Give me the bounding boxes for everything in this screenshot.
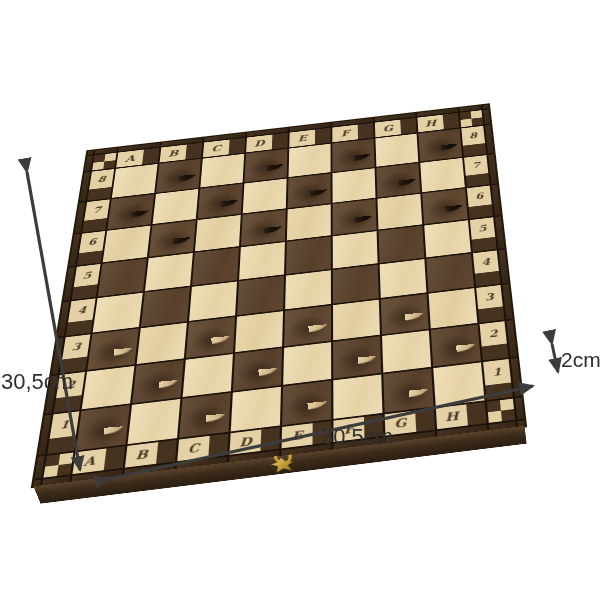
rank-label-6-left: 6	[77, 231, 105, 265]
square-g7	[376, 163, 420, 197]
square-f5	[333, 231, 378, 268]
height-dimension-label: 30,5cm	[1, 369, 73, 395]
piece-dark-d6	[241, 210, 286, 246]
square-g1	[383, 368, 433, 412]
square-f8	[332, 139, 374, 172]
square-a5	[98, 258, 147, 296]
piece-dark-c7	[198, 184, 243, 219]
piece-dark-f8	[332, 139, 374, 172]
rank-label-text: 5	[478, 223, 487, 234]
frame-corner-mosaic	[43, 453, 73, 478]
piece-light-c3	[186, 317, 235, 358]
frame-corner-mosaic	[92, 153, 116, 171]
checkers-board: ABCDEFGH8877665544332211ABCDEFGH	[33, 105, 524, 487]
file-label-text: C	[187, 441, 199, 456]
file-label-text: C	[211, 143, 221, 153]
rank-label-text: 4	[77, 305, 87, 317]
rank-label-1-left: 1	[47, 411, 79, 454]
piece-light-b2	[132, 360, 183, 403]
file-label-text: A	[83, 454, 96, 469]
square-a3	[87, 329, 138, 371]
square-e7	[288, 173, 331, 208]
square-f4	[333, 265, 379, 304]
square-f2	[333, 336, 381, 378]
square-b5	[145, 253, 193, 291]
piece-dark-b8	[156, 159, 201, 193]
file-label-text: H	[445, 409, 459, 424]
board-rim	[507, 320, 517, 357]
square-e6	[287, 204, 331, 240]
square-b1	[128, 399, 181, 444]
piece-dark-a7	[107, 194, 154, 229]
file-label-b-bottom: B	[125, 440, 177, 468]
rank-label-text: 1	[492, 366, 502, 379]
piece-dark-f6	[333, 199, 377, 235]
piece-light-g1	[383, 368, 433, 412]
board-rim	[87, 151, 93, 155]
square-a7	[107, 194, 154, 229]
piece-light-d2	[233, 348, 282, 391]
rank-label-text: 8	[97, 174, 106, 184]
square-h5	[424, 220, 471, 257]
piece-dark-d8	[244, 149, 287, 182]
rank-label-text: 4	[481, 256, 490, 267]
piece-light-c1	[179, 393, 231, 438]
piece-dark-h8	[418, 129, 462, 162]
square-c3	[186, 317, 235, 358]
square-h8	[418, 129, 462, 162]
square-g5	[379, 226, 425, 263]
square-b2	[132, 360, 183, 403]
square-e3	[284, 305, 331, 346]
piece-dark-b6	[149, 220, 196, 257]
piece-dark-e7	[288, 173, 331, 208]
piece-light-e3	[284, 305, 331, 346]
rank-label-8-right: 8	[461, 126, 486, 157]
piece-light-f2	[333, 336, 381, 378]
rank-label-5-right: 5	[470, 217, 497, 252]
piece-light-h2	[431, 324, 481, 366]
board-scene: ABCDEFGH8877665544332211ABCDEFGH	[46, 36, 525, 515]
file-label-text: D	[239, 435, 252, 450]
thickness-dimension-arrow	[552, 344, 558, 372]
rank-label-text: 6	[87, 237, 97, 248]
square-b6	[149, 220, 196, 257]
square-c7	[198, 184, 243, 219]
square-f1	[333, 375, 382, 419]
square-a1	[76, 405, 130, 450]
width-dimension-label: 30,5cm	[317, 424, 397, 450]
piece-light-a3	[87, 329, 138, 371]
rank-label-3-left: 3	[60, 334, 90, 373]
square-c5	[192, 248, 239, 286]
file-label-text: E	[292, 428, 303, 443]
rank-label-text: 2	[488, 328, 498, 340]
rank-label-text: 5	[82, 270, 92, 281]
piece-light-g3	[381, 294, 429, 334]
rank-label-6-right: 6	[467, 186, 493, 219]
square-d2	[233, 348, 282, 391]
file-label-text: E	[298, 133, 307, 143]
piece-dark-h6	[422, 188, 468, 224]
frame-corner-mosaic	[460, 110, 483, 127]
brass-clasp	[262, 448, 301, 475]
rank-label-5-left: 5	[72, 264, 101, 300]
square-c6	[195, 215, 241, 251]
rank-label-text: 3	[71, 341, 81, 353]
square-h6	[422, 188, 468, 224]
square-d4	[237, 276, 284, 315]
square-d5	[239, 242, 285, 280]
rank-label-text: 6	[475, 191, 484, 201]
thickness-dimension-label: 2cm	[561, 348, 600, 372]
board-rim	[511, 358, 522, 397]
square-f6	[333, 199, 377, 235]
rank-label-7-left: 7	[82, 199, 109, 232]
rank-label-text: 7	[472, 160, 481, 170]
square-b8	[156, 159, 201, 193]
rank-label-1-right: 1	[483, 359, 513, 400]
square-d6	[241, 210, 286, 246]
file-label-text: G	[383, 123, 393, 133]
square-b4	[141, 287, 190, 327]
square-e5	[286, 237, 331, 275]
file-label-text: A	[125, 153, 136, 163]
frame-corner-mosaic	[487, 399, 515, 423]
rank-label-3-right: 3	[476, 285, 504, 323]
piece-light-e1	[282, 381, 331, 426]
square-h4	[426, 253, 474, 292]
rank-label-text: 3	[485, 291, 495, 303]
file-label-text: B	[135, 447, 149, 462]
piece-light-a1	[76, 405, 130, 450]
square-h2	[431, 324, 481, 366]
square-d1	[231, 387, 281, 432]
rank-label-7-right: 7	[464, 155, 489, 187]
square-a6	[103, 226, 151, 263]
rank-label-text: 7	[92, 205, 101, 215]
square-e1	[282, 381, 331, 426]
rank-label-2-right: 2	[480, 321, 509, 360]
square-d8	[244, 149, 287, 182]
square-g6	[377, 194, 422, 230]
square-c1	[179, 393, 231, 438]
square-h1	[433, 362, 484, 406]
square-g3	[381, 294, 429, 334]
piece-dark-g7	[376, 163, 420, 197]
rank-label-4-right: 4	[473, 250, 500, 286]
rank-label-text: 1	[59, 418, 70, 431]
board-tilt: ABCDEFGH8877665544332211ABCDEFGH	[33, 105, 524, 487]
rank-label-text: 8	[469, 131, 478, 141]
